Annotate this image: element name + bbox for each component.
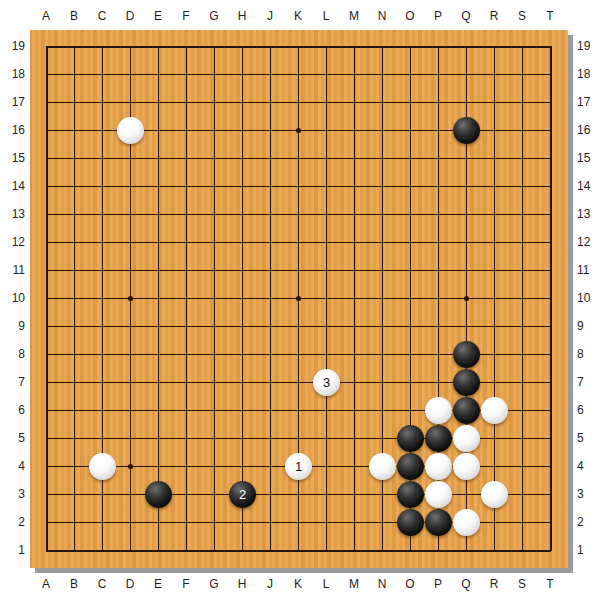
column-label-bottom: L bbox=[315, 577, 337, 591]
black-stone[interactable] bbox=[397, 425, 424, 452]
column-label-bottom: S bbox=[511, 577, 533, 591]
row-label-left: 17 bbox=[1, 95, 25, 109]
column-label-bottom: F bbox=[175, 577, 197, 591]
star-point bbox=[296, 296, 301, 301]
column-label-top: S bbox=[511, 9, 533, 23]
column-label-top: G bbox=[203, 9, 225, 23]
white-stone[interactable] bbox=[481, 397, 508, 424]
black-stone[interactable] bbox=[453, 117, 480, 144]
column-label-top: L bbox=[315, 9, 337, 23]
row-label-left: 11 bbox=[1, 263, 25, 277]
row-label-left: 14 bbox=[1, 179, 25, 193]
row-label-right: 1 bbox=[574, 543, 600, 557]
white-stone[interactable] bbox=[425, 481, 452, 508]
column-label-top: H bbox=[231, 9, 253, 23]
row-label-right: 12 bbox=[574, 235, 600, 249]
column-label-top: P bbox=[427, 9, 449, 23]
column-label-top: M bbox=[343, 9, 365, 23]
black-stone[interactable] bbox=[397, 509, 424, 536]
column-label-bottom: N bbox=[371, 577, 393, 591]
black-stone[interactable] bbox=[453, 397, 480, 424]
row-label-right: 6 bbox=[574, 403, 600, 417]
column-label-top: T bbox=[539, 9, 561, 23]
board-grid[interactable]: 123 bbox=[46, 46, 551, 551]
white-stone[interactable] bbox=[117, 117, 144, 144]
row-label-left: 3 bbox=[1, 487, 25, 501]
row-label-right: 17 bbox=[574, 95, 600, 109]
row-label-right: 9 bbox=[574, 319, 600, 333]
row-label-right: 11 bbox=[574, 263, 600, 277]
column-label-bottom: E bbox=[147, 577, 169, 591]
grid-line-horizontal bbox=[46, 494, 551, 495]
white-stone[interactable] bbox=[425, 397, 452, 424]
row-label-right: 8 bbox=[574, 347, 600, 361]
black-stone[interactable] bbox=[397, 481, 424, 508]
star-point bbox=[464, 296, 469, 301]
star-point bbox=[296, 128, 301, 133]
white-stone[interactable] bbox=[453, 509, 480, 536]
move-number-label: 2 bbox=[229, 481, 256, 508]
black-stone[interactable] bbox=[453, 341, 480, 368]
row-label-right: 4 bbox=[574, 459, 600, 473]
row-label-right: 3 bbox=[574, 487, 600, 501]
star-point bbox=[128, 296, 133, 301]
column-label-bottom: P bbox=[427, 577, 449, 591]
row-label-right: 15 bbox=[574, 151, 600, 165]
row-label-left: 19 bbox=[1, 39, 25, 53]
column-label-top: Q bbox=[455, 9, 477, 23]
column-label-bottom: D bbox=[119, 577, 141, 591]
grid-line-vertical bbox=[550, 46, 552, 551]
row-label-left: 9 bbox=[1, 319, 25, 333]
row-label-right: 7 bbox=[574, 375, 600, 389]
column-label-bottom: C bbox=[91, 577, 113, 591]
column-label-top: K bbox=[287, 9, 309, 23]
column-label-top: O bbox=[399, 9, 421, 23]
row-label-left: 10 bbox=[1, 291, 25, 305]
column-label-bottom: B bbox=[63, 577, 85, 591]
white-stone[interactable] bbox=[453, 425, 480, 452]
column-label-top: N bbox=[371, 9, 393, 23]
column-label-top: J bbox=[259, 9, 281, 23]
column-label-bottom: M bbox=[343, 577, 365, 591]
column-label-bottom: R bbox=[483, 577, 505, 591]
move-number-label: 1 bbox=[285, 453, 312, 480]
row-label-left: 16 bbox=[1, 123, 25, 137]
row-label-left: 7 bbox=[1, 375, 25, 389]
grid-line-vertical bbox=[522, 46, 523, 551]
black-stone[interactable] bbox=[425, 425, 452, 452]
row-label-left: 13 bbox=[1, 207, 25, 221]
black-stone[interactable] bbox=[425, 509, 452, 536]
column-label-bottom: J bbox=[259, 577, 281, 591]
row-label-right: 2 bbox=[574, 515, 600, 529]
white-stone[interactable] bbox=[89, 453, 116, 480]
white-stone[interactable] bbox=[425, 453, 452, 480]
grid-line-vertical bbox=[326, 46, 327, 551]
grid-line-horizontal bbox=[46, 326, 551, 327]
go-diagram-page: 123 AABBCCDDEEFFGGHHJJKKLLMMNNOOPPQQRRSS… bbox=[0, 0, 600, 600]
row-label-left: 6 bbox=[1, 403, 25, 417]
row-label-left: 2 bbox=[1, 515, 25, 529]
row-label-left: 5 bbox=[1, 431, 25, 445]
go-board[interactable]: 123 bbox=[30, 30, 568, 568]
grid-line-horizontal bbox=[46, 550, 551, 552]
row-label-left: 12 bbox=[1, 235, 25, 249]
white-stone[interactable] bbox=[453, 453, 480, 480]
column-label-top: R bbox=[483, 9, 505, 23]
black-stone[interactable] bbox=[453, 369, 480, 396]
column-label-top: B bbox=[63, 9, 85, 23]
column-label-bottom: G bbox=[203, 577, 225, 591]
column-label-top: D bbox=[119, 9, 141, 23]
column-label-top: A bbox=[35, 9, 57, 23]
row-label-right: 5 bbox=[574, 431, 600, 445]
row-label-right: 19 bbox=[574, 39, 600, 53]
star-point bbox=[128, 464, 133, 469]
column-label-bottom: O bbox=[399, 577, 421, 591]
row-label-right: 18 bbox=[574, 67, 600, 81]
white-stone[interactable] bbox=[369, 453, 396, 480]
column-label-bottom: K bbox=[287, 577, 309, 591]
black-stone[interactable] bbox=[145, 481, 172, 508]
column-label-top: C bbox=[91, 9, 113, 23]
grid-line-vertical bbox=[494, 46, 495, 551]
row-label-left: 8 bbox=[1, 347, 25, 361]
black-stone[interactable] bbox=[397, 453, 424, 480]
row-label-right: 10 bbox=[574, 291, 600, 305]
white-stone[interactable] bbox=[481, 481, 508, 508]
row-label-left: 1 bbox=[1, 543, 25, 557]
row-label-left: 4 bbox=[1, 459, 25, 473]
column-label-bottom: A bbox=[35, 577, 57, 591]
row-label-right: 13 bbox=[574, 207, 600, 221]
column-label-bottom: Q bbox=[455, 577, 477, 591]
row-label-right: 14 bbox=[574, 179, 600, 193]
row-label-left: 15 bbox=[1, 151, 25, 165]
move-number-label: 3 bbox=[313, 369, 340, 396]
column-label-bottom: T bbox=[539, 577, 561, 591]
column-label-top: F bbox=[175, 9, 197, 23]
row-label-right: 16 bbox=[574, 123, 600, 137]
column-label-top: E bbox=[147, 9, 169, 23]
grid-line-vertical bbox=[354, 46, 355, 551]
row-label-left: 18 bbox=[1, 67, 25, 81]
column-label-bottom: H bbox=[231, 577, 253, 591]
